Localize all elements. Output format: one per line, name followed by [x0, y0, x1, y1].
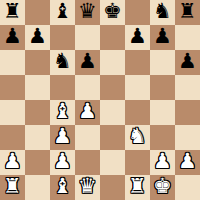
square-g1[interactable]: ♚	[150, 175, 175, 200]
square-g4[interactable]	[150, 100, 175, 125]
piece-black-rook[interactable]: ♜	[3, 1, 22, 22]
piece-black-pawn[interactable]: ♟	[3, 26, 22, 47]
square-b2[interactable]	[25, 150, 50, 175]
square-f6[interactable]	[125, 50, 150, 75]
square-d1[interactable]: ♛	[75, 175, 100, 200]
square-d3[interactable]	[75, 125, 100, 150]
piece-black-knight[interactable]: ♞	[53, 51, 72, 72]
piece-black-pawn[interactable]: ♟	[128, 26, 147, 47]
piece-black-queen[interactable]: ♛	[78, 1, 97, 22]
piece-white-queen[interactable]: ♛	[78, 176, 97, 197]
piece-white-rook[interactable]: ♜	[3, 176, 22, 197]
square-c1[interactable]: ♝	[50, 175, 75, 200]
square-f4[interactable]	[125, 100, 150, 125]
square-d4[interactable]: ♟	[75, 100, 100, 125]
square-e5[interactable]	[100, 75, 125, 100]
square-b3[interactable]	[25, 125, 50, 150]
square-a7[interactable]: ♟	[0, 25, 25, 50]
square-b5[interactable]	[25, 75, 50, 100]
square-d7[interactable]	[75, 25, 100, 50]
square-f3[interactable]: ♞	[125, 125, 150, 150]
square-f5[interactable]	[125, 75, 150, 100]
square-g7[interactable]: ♟	[150, 25, 175, 50]
square-g5[interactable]	[150, 75, 175, 100]
piece-white-pawn[interactable]: ♟	[53, 126, 72, 147]
square-f1[interactable]: ♜	[125, 175, 150, 200]
piece-black-knight[interactable]: ♞	[153, 1, 172, 22]
square-d8[interactable]: ♛	[75, 0, 100, 25]
square-e8[interactable]: ♚	[100, 0, 125, 25]
piece-black-pawn[interactable]: ♟	[153, 26, 172, 47]
square-h8[interactable]: ♜	[175, 0, 200, 25]
square-a4[interactable]	[0, 100, 25, 125]
square-g2[interactable]: ♟	[150, 150, 175, 175]
square-c7[interactable]	[50, 25, 75, 50]
square-a2[interactable]: ♟	[0, 150, 25, 175]
square-e1[interactable]	[100, 175, 125, 200]
square-b1[interactable]	[25, 175, 50, 200]
square-d6[interactable]: ♟	[75, 50, 100, 75]
square-g8[interactable]: ♞	[150, 0, 175, 25]
piece-black-bishop[interactable]: ♝	[53, 1, 72, 22]
piece-white-pawn[interactable]: ♟	[178, 151, 197, 172]
piece-white-knight[interactable]: ♞	[128, 126, 147, 147]
square-c3[interactable]: ♟	[50, 125, 75, 150]
chess-board: ♜♝♛♚♞♜♟♟♟♟♞♟♟♝♟♟♞♟♟♟♟♜♝♛♜♚	[0, 0, 200, 200]
square-a8[interactable]: ♜	[0, 0, 25, 25]
piece-black-king[interactable]: ♚	[103, 1, 122, 22]
piece-white-bishop[interactable]: ♝	[53, 176, 72, 197]
piece-white-pawn[interactable]: ♟	[153, 151, 172, 172]
square-b4[interactable]	[25, 100, 50, 125]
piece-white-pawn[interactable]: ♟	[53, 151, 72, 172]
square-h1[interactable]	[175, 175, 200, 200]
square-b8[interactable]	[25, 0, 50, 25]
square-e6[interactable]	[100, 50, 125, 75]
square-f7[interactable]: ♟	[125, 25, 150, 50]
square-g3[interactable]	[150, 125, 175, 150]
square-b7[interactable]: ♟	[25, 25, 50, 50]
piece-white-bishop[interactable]: ♝	[53, 101, 72, 122]
square-h6[interactable]: ♟	[175, 50, 200, 75]
square-e2[interactable]	[100, 150, 125, 175]
square-g6[interactable]	[150, 50, 175, 75]
square-c4[interactable]: ♝	[50, 100, 75, 125]
square-h4[interactable]	[175, 100, 200, 125]
square-a5[interactable]	[0, 75, 25, 100]
square-c5[interactable]	[50, 75, 75, 100]
square-e3[interactable]	[100, 125, 125, 150]
piece-black-pawn[interactable]: ♟	[78, 51, 97, 72]
piece-white-pawn[interactable]: ♟	[78, 101, 97, 122]
piece-white-king[interactable]: ♚	[153, 176, 172, 197]
piece-white-rook[interactable]: ♜	[128, 176, 147, 197]
piece-white-pawn[interactable]: ♟	[3, 151, 22, 172]
piece-black-pawn[interactable]: ♟	[28, 26, 47, 47]
square-c8[interactable]: ♝	[50, 0, 75, 25]
square-a6[interactable]	[0, 50, 25, 75]
square-a3[interactable]	[0, 125, 25, 150]
square-f8[interactable]	[125, 0, 150, 25]
square-a1[interactable]: ♜	[0, 175, 25, 200]
square-d5[interactable]	[75, 75, 100, 100]
square-h5[interactable]	[175, 75, 200, 100]
square-e7[interactable]	[100, 25, 125, 50]
square-c6[interactable]: ♞	[50, 50, 75, 75]
piece-black-pawn[interactable]: ♟	[178, 51, 197, 72]
square-d2[interactable]	[75, 150, 100, 175]
square-f2[interactable]	[125, 150, 150, 175]
square-h7[interactable]	[175, 25, 200, 50]
square-e4[interactable]	[100, 100, 125, 125]
square-c2[interactable]: ♟	[50, 150, 75, 175]
piece-black-rook[interactable]: ♜	[178, 1, 197, 22]
square-b6[interactable]	[25, 50, 50, 75]
square-h2[interactable]: ♟	[175, 150, 200, 175]
square-h3[interactable]	[175, 125, 200, 150]
